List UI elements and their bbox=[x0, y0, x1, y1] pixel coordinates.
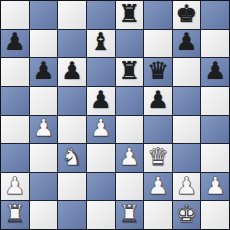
square-g3[interactable] bbox=[173, 144, 201, 172]
square-c1[interactable] bbox=[58, 201, 86, 229]
square-e8[interactable]: ♜ bbox=[116, 1, 144, 29]
square-g5[interactable] bbox=[173, 87, 201, 115]
black-pawn: ♟ bbox=[147, 88, 169, 112]
square-h8[interactable] bbox=[201, 1, 229, 29]
white-pawn: ♟ bbox=[4, 174, 26, 198]
square-c5[interactable] bbox=[58, 87, 86, 115]
square-a1[interactable]: ♜ bbox=[1, 201, 29, 229]
white-pawn: ♟ bbox=[33, 116, 55, 140]
square-b2[interactable] bbox=[30, 173, 58, 201]
square-f6[interactable]: ♛ bbox=[144, 58, 172, 86]
square-e3[interactable]: ♟ bbox=[116, 144, 144, 172]
square-e5[interactable] bbox=[116, 87, 144, 115]
square-g6[interactable] bbox=[173, 58, 201, 86]
square-d6[interactable] bbox=[87, 58, 115, 86]
white-knight: ♞ bbox=[61, 145, 83, 169]
square-b4[interactable]: ♟ bbox=[30, 116, 58, 144]
square-g4[interactable] bbox=[173, 116, 201, 144]
white-pawn: ♟ bbox=[176, 174, 198, 198]
square-d8[interactable] bbox=[87, 1, 115, 29]
square-h4[interactable] bbox=[201, 116, 229, 144]
square-c7[interactable] bbox=[58, 30, 86, 58]
square-d7[interactable]: ♝ bbox=[87, 30, 115, 58]
square-b6[interactable]: ♟ bbox=[30, 58, 58, 86]
square-e7[interactable] bbox=[116, 30, 144, 58]
white-pawn: ♟ bbox=[147, 174, 169, 198]
square-f4[interactable] bbox=[144, 116, 172, 144]
black-rook: ♜ bbox=[119, 2, 141, 26]
black-pawn: ♟ bbox=[90, 88, 112, 112]
black-rook: ♜ bbox=[119, 59, 141, 83]
square-a7[interactable]: ♟ bbox=[1, 30, 29, 58]
square-e6[interactable]: ♜ bbox=[116, 58, 144, 86]
square-a3[interactable] bbox=[1, 144, 29, 172]
square-h6[interactable]: ♟ bbox=[201, 58, 229, 86]
square-b8[interactable] bbox=[30, 1, 58, 29]
square-g7[interactable]: ♟ bbox=[173, 30, 201, 58]
square-e4[interactable] bbox=[116, 116, 144, 144]
white-rook: ♜ bbox=[4, 202, 26, 226]
square-c4[interactable] bbox=[58, 116, 86, 144]
square-e1[interactable]: ♜ bbox=[116, 201, 144, 229]
square-f3[interactable]: ♛ bbox=[144, 144, 172, 172]
black-king: ♚ bbox=[176, 2, 198, 26]
black-pawn: ♟ bbox=[4, 30, 26, 54]
square-h1[interactable] bbox=[201, 201, 229, 229]
white-rook: ♜ bbox=[119, 202, 141, 226]
black-pawn: ♟ bbox=[176, 30, 198, 54]
square-h2[interactable]: ♟ bbox=[201, 173, 229, 201]
black-bishop: ♝ bbox=[90, 30, 112, 54]
square-g1[interactable]: ♚ bbox=[173, 201, 201, 229]
white-queen: ♛ bbox=[147, 145, 169, 169]
black-pawn: ♟ bbox=[204, 59, 226, 83]
black-pawn: ♟ bbox=[33, 59, 55, 83]
square-b5[interactable] bbox=[30, 87, 58, 115]
square-h5[interactable] bbox=[201, 87, 229, 115]
square-d1[interactable] bbox=[87, 201, 115, 229]
square-a8[interactable] bbox=[1, 1, 29, 29]
square-g2[interactable]: ♟ bbox=[173, 173, 201, 201]
square-f2[interactable]: ♟ bbox=[144, 173, 172, 201]
square-h7[interactable] bbox=[201, 30, 229, 58]
square-b1[interactable] bbox=[30, 201, 58, 229]
square-f8[interactable] bbox=[144, 1, 172, 29]
square-a2[interactable]: ♟ bbox=[1, 173, 29, 201]
square-b7[interactable] bbox=[30, 30, 58, 58]
square-a6[interactable] bbox=[1, 58, 29, 86]
square-a4[interactable] bbox=[1, 116, 29, 144]
square-d2[interactable] bbox=[87, 173, 115, 201]
square-d4[interactable]: ♟ bbox=[87, 116, 115, 144]
black-pawn: ♟ bbox=[61, 59, 83, 83]
square-c8[interactable] bbox=[58, 1, 86, 29]
square-f5[interactable]: ♟ bbox=[144, 87, 172, 115]
square-g8[interactable]: ♚ bbox=[173, 1, 201, 29]
square-b3[interactable] bbox=[30, 144, 58, 172]
white-pawn: ♟ bbox=[119, 145, 141, 169]
square-c2[interactable] bbox=[58, 173, 86, 201]
square-h3[interactable] bbox=[201, 144, 229, 172]
black-queen: ♛ bbox=[147, 59, 169, 83]
square-f7[interactable] bbox=[144, 30, 172, 58]
chess-board: ♜♚♟♝♟♟♟♜♛♟♟♟♟♟♞♟♛♟♟♟♟♜♜♚ bbox=[0, 0, 230, 230]
white-pawn: ♟ bbox=[204, 174, 226, 198]
square-f1[interactable] bbox=[144, 201, 172, 229]
square-d5[interactable]: ♟ bbox=[87, 87, 115, 115]
square-e2[interactable] bbox=[116, 173, 144, 201]
square-d3[interactable] bbox=[87, 144, 115, 172]
white-king: ♚ bbox=[176, 202, 198, 226]
white-pawn: ♟ bbox=[90, 116, 112, 140]
square-a5[interactable] bbox=[1, 87, 29, 115]
square-c3[interactable]: ♞ bbox=[58, 144, 86, 172]
square-c6[interactable]: ♟ bbox=[58, 58, 86, 86]
